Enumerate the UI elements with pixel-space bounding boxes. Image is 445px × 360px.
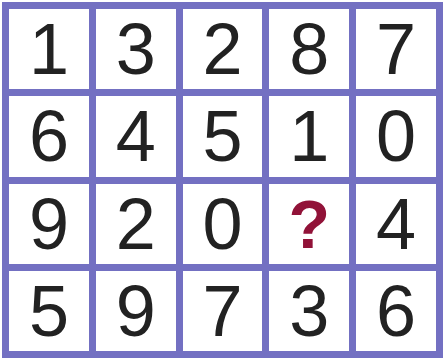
grid-cell: 0	[183, 184, 263, 264]
grid-cell: 2	[96, 184, 176, 264]
grid-cell: 4	[356, 184, 436, 264]
grid-cell: 7	[183, 271, 263, 351]
grid-cell: 4	[96, 96, 176, 176]
grid-cell: 9	[9, 184, 89, 264]
puzzle-board-frame: 1328764510920?459736	[0, 0, 445, 360]
grid-cell: 3	[269, 271, 349, 351]
grid-cell: 7	[356, 9, 436, 89]
grid-cell: 9	[96, 271, 176, 351]
grid-cell: 5	[183, 96, 263, 176]
grid-cell: 1	[9, 9, 89, 89]
grid-cell: 6	[356, 271, 436, 351]
grid-cell: 1	[269, 96, 349, 176]
number-grid: 1328764510920?459736	[2, 2, 443, 358]
grid-cell: 2	[183, 9, 263, 89]
grid-cell: 5	[9, 271, 89, 351]
grid-cell: 3	[96, 9, 176, 89]
grid-cell: 0	[356, 96, 436, 176]
grid-cell: 6	[9, 96, 89, 176]
grid-cell: 8	[269, 9, 349, 89]
grid-cell-unknown: ?	[269, 184, 349, 264]
